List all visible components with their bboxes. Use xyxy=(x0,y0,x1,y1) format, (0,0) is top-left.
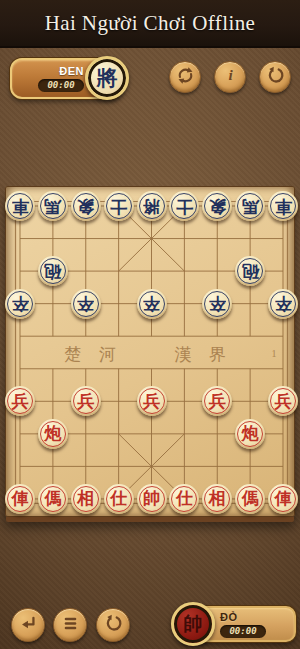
piece-glyph: 卒 xyxy=(209,295,226,312)
app-screen: Hai Người Chơi Offline ĐEN 00:00 將 i xyxy=(0,0,300,649)
page-title: Hai Người Chơi Offline xyxy=(45,11,256,36)
pieces-layer: 車馬象士將士象馬車砲砲卒卒卒卒卒兵兵兵兵兵炮炮俥傌相仕帥仕相傌俥 xyxy=(6,187,294,516)
piece-black-c-f1r2[interactable]: 砲 xyxy=(38,256,68,286)
piece-black-n-f1r0[interactable]: 馬 xyxy=(38,191,68,221)
piece-black-b-f2r0[interactable]: 象 xyxy=(71,191,101,221)
red-player-badge: ĐỎ 00:00 帥 xyxy=(178,606,296,642)
swap-sync-icon xyxy=(176,66,195,89)
move-list-icon xyxy=(61,614,80,637)
black-general-glyph: 將 xyxy=(97,64,118,92)
undo-icon xyxy=(104,614,123,637)
piece-red-P-f6r6[interactable]: 兵 xyxy=(202,386,232,416)
piece-glyph: 士 xyxy=(176,198,193,215)
piece-ring xyxy=(139,486,165,512)
piece-ring xyxy=(7,388,33,414)
restart-button[interactable] xyxy=(259,61,291,93)
piece-glyph: 馬 xyxy=(44,198,61,215)
piece-black-r-f0r0[interactable]: 車 xyxy=(5,191,35,221)
svg-text:i: i xyxy=(228,66,233,83)
title-bar: Hai Người Chơi Offline xyxy=(0,0,300,48)
back-button[interactable] xyxy=(11,608,45,642)
piece-black-c-f7r2[interactable]: 砲 xyxy=(235,256,265,286)
piece-black-r-f8r0[interactable]: 車 xyxy=(268,191,298,221)
xiangqi-board[interactable]: 楚 河 漢 界 1 車馬象士將士象馬車砲砲卒卒卒卒卒兵兵兵兵兵炮炮俥傌相仕帥仕相… xyxy=(5,186,295,517)
swap-sides-button[interactable] xyxy=(169,61,201,93)
piece-ring xyxy=(204,388,230,414)
return-arrow-icon xyxy=(19,614,38,637)
piece-ring xyxy=(237,421,263,447)
black-player-label: ĐEN xyxy=(59,65,84,77)
piece-ring xyxy=(73,486,99,512)
piece-glyph: 砲 xyxy=(44,263,61,280)
piece-red-R-f8r9[interactable]: 俥 xyxy=(268,484,298,514)
black-player-clock: 00:00 xyxy=(38,79,84,92)
piece-black-b-f6r0[interactable]: 象 xyxy=(202,191,232,221)
piece-glyph: 象 xyxy=(77,198,94,215)
piece-red-P-f8r6[interactable]: 兵 xyxy=(268,386,298,416)
piece-black-p-f0r3[interactable]: 卒 xyxy=(5,289,35,319)
piece-glyph: 車 xyxy=(275,198,292,215)
piece-black-a-f3r0[interactable]: 士 xyxy=(104,191,134,221)
piece-red-B-f2r9[interactable]: 相 xyxy=(71,484,101,514)
piece-glyph: 馬 xyxy=(242,198,259,215)
piece-black-a-f5r0[interactable]: 士 xyxy=(169,191,199,221)
piece-glyph: 卒 xyxy=(275,295,292,312)
piece-black-k-f4r0[interactable]: 將 xyxy=(137,191,167,221)
piece-glyph: 將 xyxy=(143,198,160,215)
piece-ring xyxy=(270,388,296,414)
red-player-clock: 00:00 xyxy=(220,625,266,638)
info-button[interactable]: i xyxy=(214,61,246,93)
piece-ring xyxy=(171,486,197,512)
piece-red-N-f1r9[interactable]: 傌 xyxy=(38,484,68,514)
piece-red-P-f2r6[interactable]: 兵 xyxy=(71,386,101,416)
restart-undo-icon xyxy=(266,66,285,89)
piece-glyph: 砲 xyxy=(242,263,259,280)
piece-ring xyxy=(7,486,33,512)
piece-glyph: 象 xyxy=(209,198,226,215)
red-player-label: ĐỎ xyxy=(220,611,238,623)
black-general-avatar: 將 xyxy=(85,56,129,100)
piece-ring xyxy=(204,486,230,512)
piece-red-P-f4r6[interactable]: 兵 xyxy=(137,386,167,416)
piece-red-R-f0r9[interactable]: 俥 xyxy=(5,484,35,514)
piece-red-K-f4r9[interactable]: 帥 xyxy=(137,484,167,514)
piece-glyph: 卒 xyxy=(143,295,160,312)
piece-red-C-f1r7[interactable]: 炮 xyxy=(38,419,68,449)
red-general-glyph: 帥 xyxy=(184,611,203,637)
undo-button[interactable] xyxy=(96,608,130,642)
piece-glyph: 車 xyxy=(12,198,29,215)
piece-glyph: 卒 xyxy=(12,295,29,312)
piece-ring xyxy=(139,388,165,414)
piece-ring xyxy=(106,486,132,512)
piece-red-N-f7r9[interactable]: 傌 xyxy=(235,484,265,514)
piece-black-p-f4r3[interactable]: 卒 xyxy=(137,289,167,319)
piece-red-A-f3r9[interactable]: 仕 xyxy=(104,484,134,514)
piece-red-B-f6r9[interactable]: 相 xyxy=(202,484,232,514)
piece-red-C-f7r7[interactable]: 炮 xyxy=(235,419,265,449)
red-general-avatar: 帥 xyxy=(171,602,215,646)
piece-black-p-f2r3[interactable]: 卒 xyxy=(71,289,101,319)
move-list-button[interactable] xyxy=(53,608,87,642)
black-player-badge: ĐEN 00:00 將 xyxy=(10,58,122,99)
info-icon: i xyxy=(221,66,240,89)
piece-red-A-f5r9[interactable]: 仕 xyxy=(169,484,199,514)
piece-ring xyxy=(40,421,66,447)
piece-glyph: 卒 xyxy=(77,295,94,312)
piece-black-p-f6r3[interactable]: 卒 xyxy=(202,289,232,319)
piece-ring xyxy=(270,486,296,512)
piece-red-P-f0r6[interactable]: 兵 xyxy=(5,386,35,416)
piece-ring xyxy=(73,388,99,414)
piece-black-p-f8r3[interactable]: 卒 xyxy=(268,289,298,319)
piece-glyph: 士 xyxy=(110,198,127,215)
piece-black-n-f7r0[interactable]: 馬 xyxy=(235,191,265,221)
piece-ring xyxy=(237,486,263,512)
piece-ring xyxy=(40,486,66,512)
